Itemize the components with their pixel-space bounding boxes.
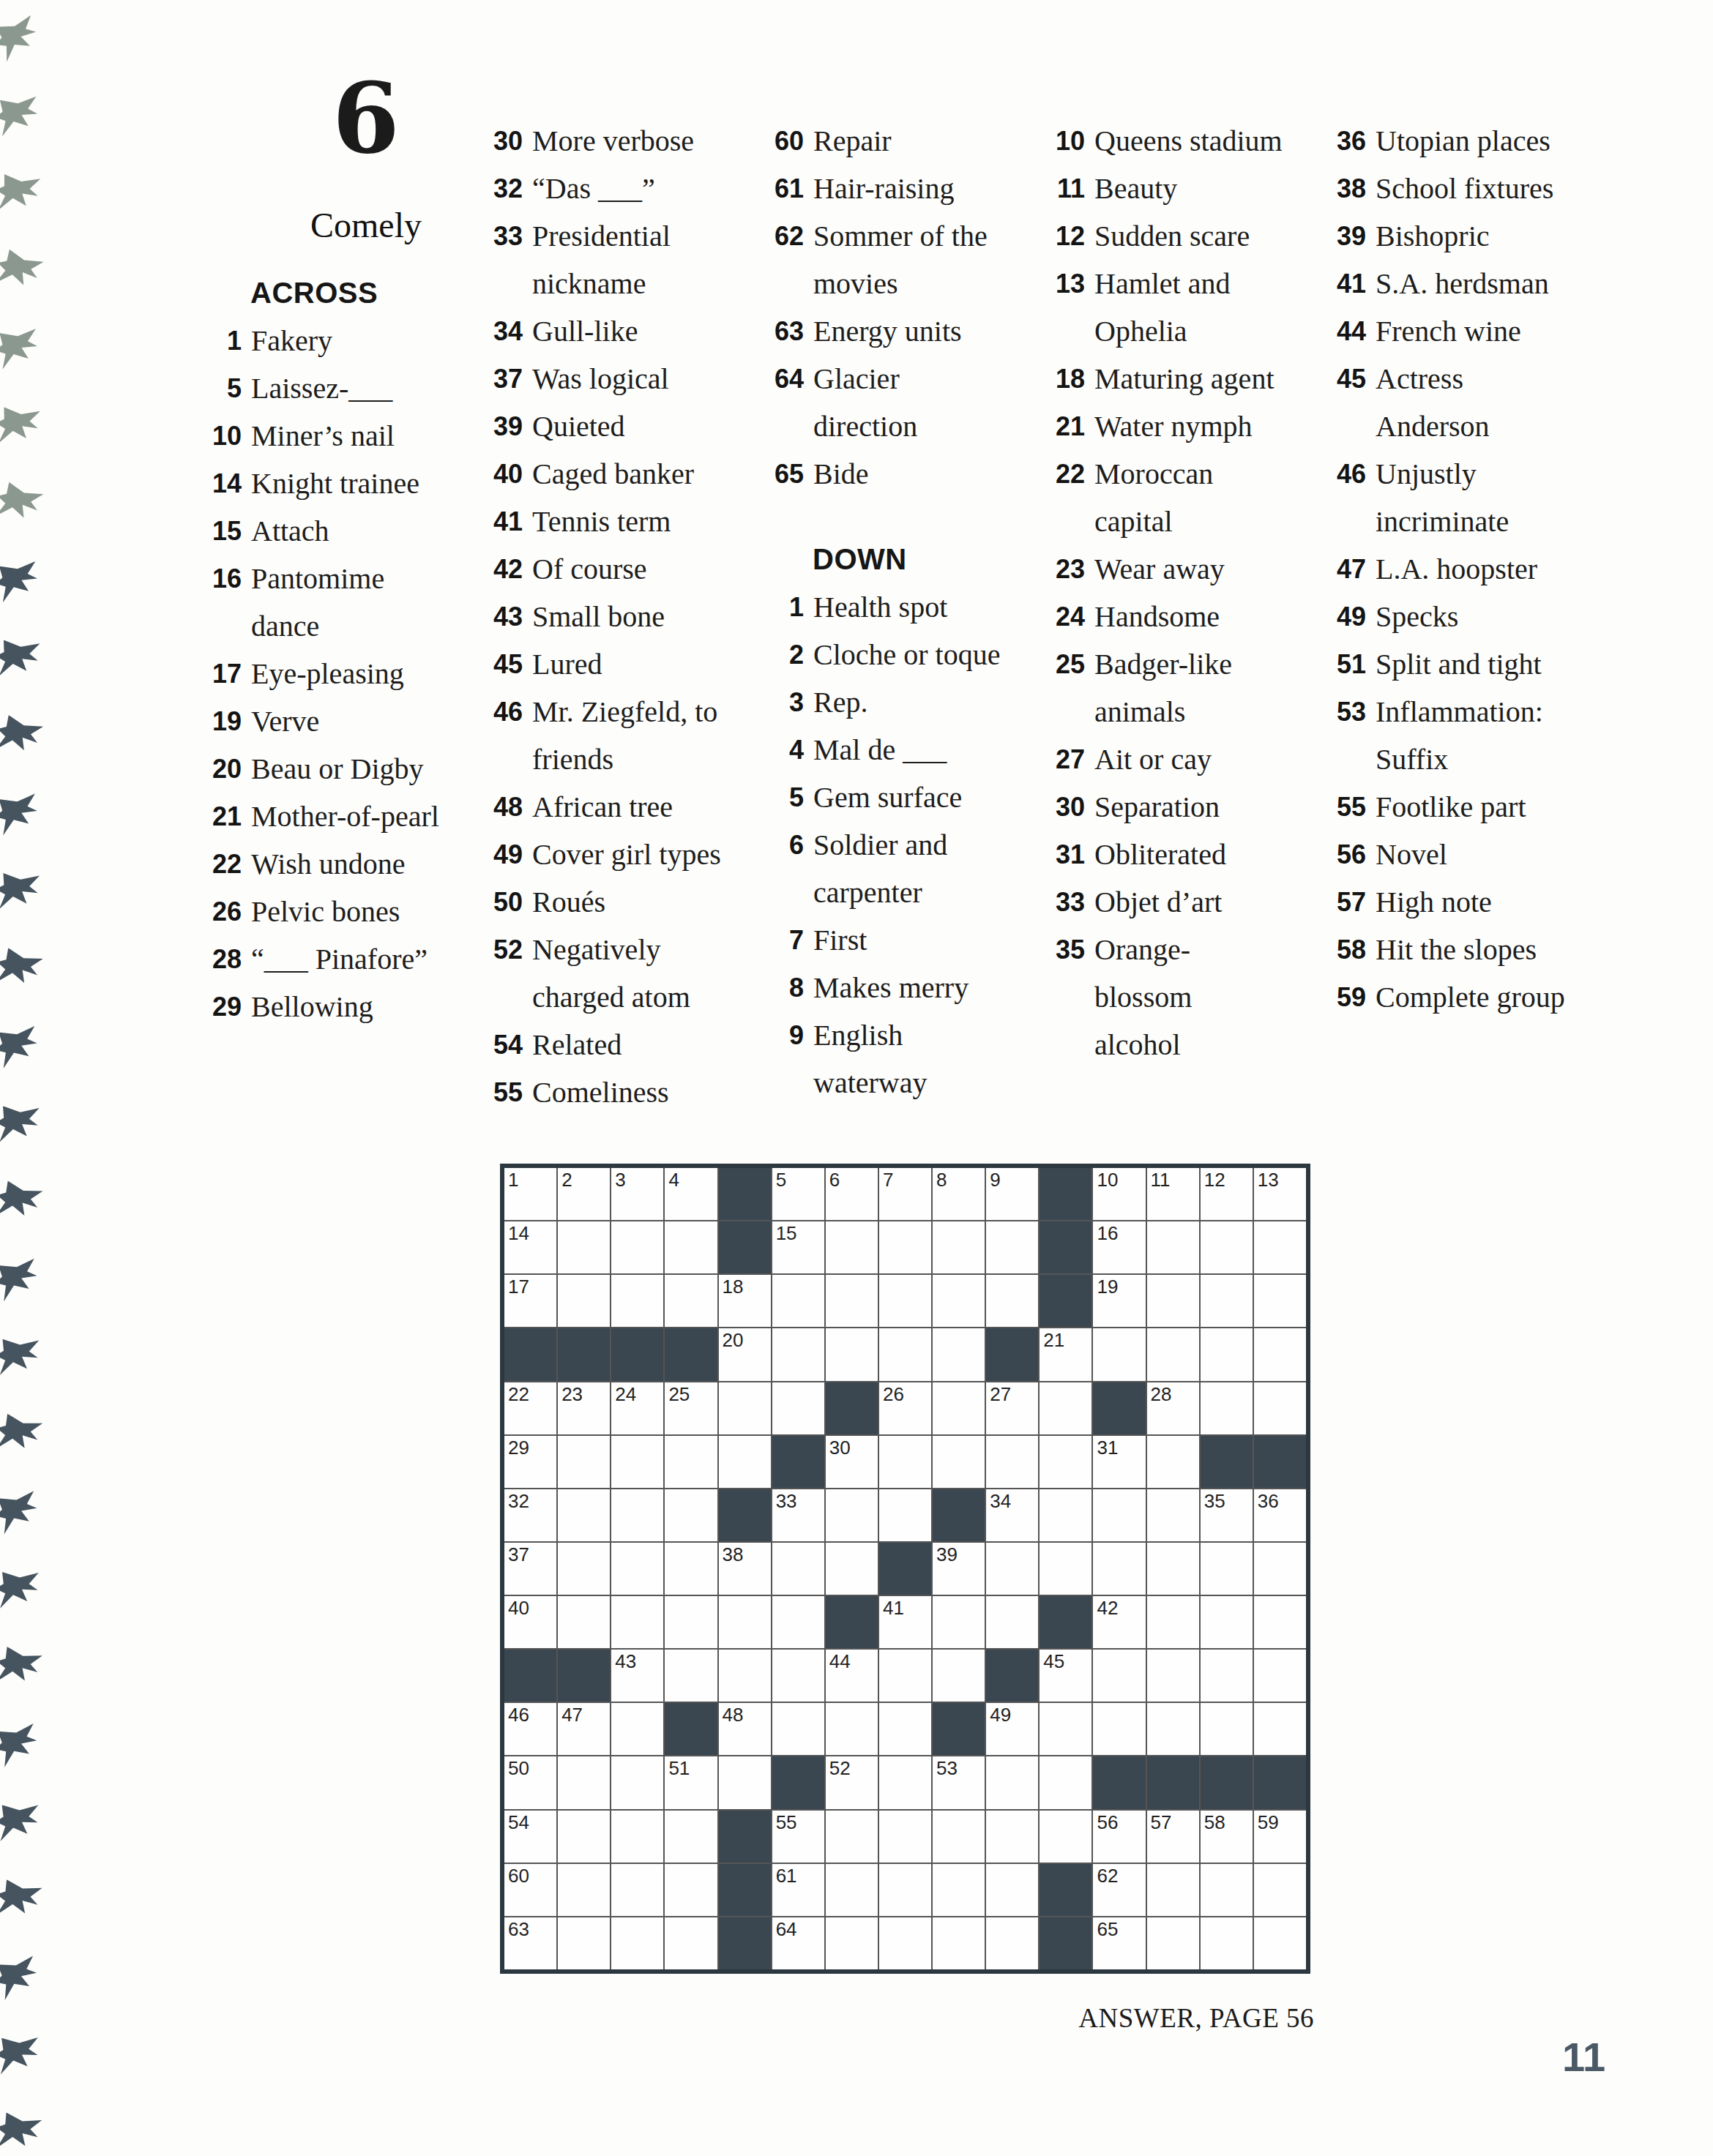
grid-cell[interactable] bbox=[611, 1221, 663, 1273]
cell-number: 26 bbox=[883, 1383, 904, 1405]
across-clue-17: 17Eye-pleasing bbox=[204, 650, 442, 697]
grid-cell[interactable] bbox=[772, 1703, 824, 1755]
across-clue-61: 61Hair-raising bbox=[766, 165, 1004, 212]
cell-number: 19 bbox=[1097, 1276, 1118, 1298]
down-clue-13: 13Hamlet and Ophelia bbox=[1047, 260, 1285, 355]
grid-cell[interactable]: 46 bbox=[504, 1703, 556, 1755]
grid-cell[interactable] bbox=[719, 1382, 771, 1434]
grid-cell[interactable]: 58 bbox=[1201, 1811, 1253, 1863]
clue-number: 4 bbox=[766, 726, 804, 774]
grid-cell[interactable]: 49 bbox=[986, 1703, 1038, 1755]
black-cell bbox=[1093, 1756, 1145, 1808]
clue-number: 9 bbox=[766, 1011, 804, 1059]
cell-number: 56 bbox=[1097, 1811, 1118, 1833]
grid-cell[interactable]: 5 bbox=[772, 1168, 824, 1220]
grid-cell[interactable] bbox=[1201, 1221, 1253, 1273]
clue-text: Mal de ___ bbox=[804, 726, 1004, 774]
down-clue-2: 2Cloche or toque bbox=[766, 631, 1004, 678]
clue-number: 19 bbox=[204, 697, 242, 745]
cell-number: 34 bbox=[990, 1490, 1011, 1512]
cell-number: 18 bbox=[723, 1276, 744, 1298]
clue-text: Moroccan capital bbox=[1085, 450, 1285, 545]
clue-number: 1 bbox=[204, 317, 242, 364]
grid-cell[interactable]: 17 bbox=[504, 1275, 556, 1327]
grid-cell[interactable] bbox=[558, 1756, 610, 1808]
grid-cell[interactable]: 23 bbox=[558, 1382, 610, 1434]
grid-cell[interactable] bbox=[1147, 1436, 1199, 1488]
grid-cell[interactable] bbox=[611, 1811, 663, 1863]
cell-number: 8 bbox=[936, 1169, 947, 1191]
grid-cell[interactable] bbox=[826, 1703, 878, 1755]
clue-text: Of course bbox=[523, 545, 723, 593]
grid-cell[interactable] bbox=[1254, 1328, 1306, 1380]
grid-cell[interactable] bbox=[986, 1864, 1038, 1916]
black-cell bbox=[772, 1756, 824, 1808]
cell-number: 47 bbox=[561, 1704, 583, 1726]
grid-cell[interactable] bbox=[665, 1596, 717, 1648]
black-cell bbox=[1254, 1756, 1306, 1808]
grid-cell[interactable] bbox=[611, 1596, 663, 1648]
across-clue-40: 40Caged banker bbox=[485, 450, 723, 498]
across-clue-49: 49Cover girl types bbox=[485, 831, 723, 878]
grid-cell[interactable] bbox=[933, 1221, 985, 1273]
clue-number: 49 bbox=[1328, 593, 1366, 640]
grid-cell[interactable] bbox=[986, 1436, 1038, 1488]
grid-cell[interactable] bbox=[1254, 1382, 1306, 1434]
clue-number: 60 bbox=[766, 117, 804, 165]
grid-cell[interactable] bbox=[879, 1328, 931, 1380]
grid-cell[interactable]: 37 bbox=[504, 1543, 556, 1595]
grid-cell[interactable] bbox=[879, 1756, 931, 1808]
clue-number: 16 bbox=[204, 555, 242, 602]
down-clue-38: 38School fixtures bbox=[1328, 165, 1567, 212]
grid-cell[interactable]: 54 bbox=[504, 1811, 556, 1863]
grid-cell[interactable] bbox=[611, 1436, 663, 1488]
grid-cell[interactable] bbox=[933, 1864, 985, 1916]
grid-cell[interactable] bbox=[1254, 1221, 1306, 1273]
grid-cell[interactable] bbox=[558, 1275, 610, 1327]
grid-cell[interactable]: 31 bbox=[1093, 1436, 1145, 1488]
grid-cell[interactable] bbox=[879, 1864, 931, 1916]
grid-cell[interactable] bbox=[826, 1489, 878, 1541]
clue-text: More verbose bbox=[523, 117, 723, 165]
cell-number: 30 bbox=[829, 1437, 851, 1459]
grid-cell[interactable] bbox=[772, 1275, 824, 1327]
grid-cell[interactable] bbox=[986, 1756, 1038, 1808]
grid-cell[interactable]: 1 bbox=[504, 1168, 556, 1220]
grid-cell[interactable] bbox=[772, 1382, 824, 1434]
grid-cell[interactable]: 40 bbox=[504, 1596, 556, 1648]
grid-cell[interactable]: 43 bbox=[611, 1650, 663, 1702]
grid-cell[interactable]: 53 bbox=[933, 1756, 985, 1808]
across-clue-16: 16Pantomime dance bbox=[204, 555, 442, 650]
grid-cell[interactable] bbox=[1040, 1436, 1091, 1488]
grid-cell[interactable] bbox=[986, 1543, 1038, 1595]
grid-cell[interactable] bbox=[1201, 1650, 1253, 1702]
cell-number: 3 bbox=[615, 1169, 625, 1191]
grid-cell[interactable] bbox=[719, 1596, 771, 1648]
grid-cell[interactable] bbox=[665, 1489, 717, 1541]
grid-cell[interactable] bbox=[933, 1917, 985, 1969]
clue-number: 5 bbox=[766, 774, 804, 821]
grid-cell[interactable] bbox=[933, 1382, 985, 1434]
grid-cell[interactable] bbox=[611, 1756, 663, 1808]
grid-cell[interactable] bbox=[879, 1917, 931, 1969]
grid-cell[interactable] bbox=[772, 1596, 824, 1648]
grid-cell[interactable]: 29 bbox=[504, 1436, 556, 1488]
grid-cell[interactable] bbox=[826, 1328, 878, 1380]
grid-cell[interactable] bbox=[772, 1543, 824, 1595]
grid-cell[interactable]: 52 bbox=[826, 1756, 878, 1808]
cell-number: 53 bbox=[936, 1757, 958, 1779]
grid-cell[interactable] bbox=[665, 1543, 717, 1595]
grid-cell[interactable] bbox=[1093, 1703, 1145, 1755]
across-clue-48: 48African tree bbox=[485, 783, 723, 831]
grid-cell[interactable] bbox=[1254, 1864, 1306, 1916]
grid-cell[interactable] bbox=[826, 1864, 878, 1916]
across-clue-39: 39Quieted bbox=[485, 403, 723, 450]
grid-cell[interactable] bbox=[1093, 1328, 1145, 1380]
down-clue-51: 51Split and tight bbox=[1328, 640, 1567, 688]
grid-cell[interactable] bbox=[879, 1650, 931, 1702]
clue-text: Complete group bbox=[1366, 973, 1567, 1021]
grid-cell[interactable]: 14 bbox=[504, 1221, 556, 1273]
clue-number: 17 bbox=[204, 650, 242, 697]
grid-cell[interactable] bbox=[879, 1221, 931, 1273]
grid-cell[interactable]: 24 bbox=[611, 1382, 663, 1434]
grid-cell[interactable] bbox=[558, 1811, 610, 1863]
grid-cell[interactable] bbox=[879, 1703, 931, 1755]
grid-cell[interactable] bbox=[1201, 1328, 1253, 1380]
clue-text: Objet d’art bbox=[1085, 878, 1285, 926]
grid-cell[interactable] bbox=[611, 1917, 663, 1969]
grid-cell[interactable]: 19 bbox=[1093, 1275, 1145, 1327]
grid-cell[interactable] bbox=[558, 1917, 610, 1969]
across-clue-21: 21Mother-of-pearl bbox=[204, 793, 442, 840]
grid-cell[interactable]: 32 bbox=[504, 1489, 556, 1541]
cell-number: 20 bbox=[723, 1329, 744, 1351]
grid-cell[interactable] bbox=[986, 1917, 1038, 1969]
cell-number: 16 bbox=[1097, 1222, 1118, 1244]
clue-number: 40 bbox=[485, 450, 523, 498]
down-clue-33: 33Objet d’art bbox=[1047, 878, 1285, 926]
grid-cell[interactable]: 13 bbox=[1254, 1168, 1306, 1220]
grid-cell[interactable]: 20 bbox=[719, 1328, 771, 1380]
clue-text: Beau or Digby bbox=[242, 745, 442, 793]
grid-cell[interactable] bbox=[1201, 1864, 1253, 1916]
grid-cell[interactable]: 18 bbox=[719, 1275, 771, 1327]
black-cell bbox=[933, 1703, 985, 1755]
grid-cell[interactable] bbox=[665, 1917, 717, 1969]
black-cell bbox=[504, 1328, 556, 1380]
clue-text: Handsome bbox=[1085, 593, 1285, 640]
clue-text: Separation bbox=[1085, 783, 1285, 831]
grid-cell[interactable] bbox=[826, 1275, 878, 1327]
grid-cell[interactable]: 36 bbox=[1254, 1489, 1306, 1541]
grid-cell[interactable] bbox=[665, 1864, 717, 1916]
grid-cell[interactable] bbox=[1254, 1650, 1306, 1702]
clue-text: English waterway bbox=[804, 1011, 1004, 1107]
grid-cell[interactable] bbox=[1040, 1543, 1091, 1595]
clue-number: 13 bbox=[1047, 260, 1085, 307]
grid-cell[interactable] bbox=[558, 1489, 610, 1541]
grid-cell[interactable] bbox=[611, 1275, 663, 1327]
grid-cell[interactable] bbox=[1147, 1703, 1199, 1755]
clue-text: Specks bbox=[1366, 593, 1567, 640]
grid-cell[interactable] bbox=[611, 1703, 663, 1755]
clue-text: Lured bbox=[523, 640, 723, 688]
grid-cell[interactable] bbox=[826, 1811, 878, 1863]
clue-number: 21 bbox=[1047, 403, 1085, 450]
across-clue-55: 55Comeliness bbox=[485, 1068, 723, 1116]
grid-cell[interactable]: 8 bbox=[933, 1168, 985, 1220]
grid-cell[interactable]: 6 bbox=[826, 1168, 878, 1220]
grid-cell[interactable] bbox=[611, 1543, 663, 1595]
black-cell bbox=[1040, 1864, 1091, 1916]
clue-text: Mother-of-pearl bbox=[242, 793, 442, 840]
spiral-binding-mark bbox=[0, 1257, 43, 1305]
grid-cell[interactable] bbox=[1254, 1596, 1306, 1648]
clue-text: Caged banker bbox=[523, 450, 723, 498]
grid-cell[interactable]: 35 bbox=[1201, 1489, 1253, 1541]
down-clue-11: 11Beauty bbox=[1047, 165, 1285, 212]
clue-text: Pantomime dance bbox=[242, 555, 442, 650]
grid-cell[interactable] bbox=[665, 1436, 717, 1488]
grid-cell[interactable]: 7 bbox=[879, 1168, 931, 1220]
grid-cell[interactable]: 56 bbox=[1093, 1811, 1145, 1863]
grid-cell[interactable] bbox=[933, 1596, 985, 1648]
grid-cell[interactable] bbox=[1147, 1650, 1199, 1702]
grid-cell[interactable] bbox=[1147, 1543, 1199, 1595]
grid-cell[interactable] bbox=[986, 1275, 1038, 1327]
grid-cell[interactable] bbox=[719, 1756, 771, 1808]
grid-cell[interactable] bbox=[665, 1275, 717, 1327]
down-clue-46: 46Unjustly incriminate bbox=[1328, 450, 1567, 545]
grid-cell[interactable] bbox=[933, 1811, 985, 1863]
grid-cell[interactable]: 12 bbox=[1201, 1168, 1253, 1220]
grid-cell[interactable]: 30 bbox=[826, 1436, 878, 1488]
grid-cell[interactable] bbox=[1254, 1543, 1306, 1595]
grid-cell[interactable] bbox=[986, 1221, 1038, 1273]
grid-cell[interactable] bbox=[826, 1221, 878, 1273]
grid-cell[interactable] bbox=[826, 1543, 878, 1595]
grid-cell[interactable]: 38 bbox=[719, 1543, 771, 1595]
grid-cell[interactable] bbox=[1201, 1917, 1253, 1969]
cell-number: 22 bbox=[508, 1383, 529, 1405]
grid-cell[interactable]: 51 bbox=[665, 1756, 717, 1808]
grid-cell[interactable] bbox=[986, 1596, 1038, 1648]
cell-number: 1 bbox=[508, 1169, 518, 1191]
grid-cell[interactable] bbox=[719, 1436, 771, 1488]
clue-number: 45 bbox=[1328, 355, 1366, 403]
grid-cell[interactable] bbox=[879, 1275, 931, 1327]
grid-cell[interactable] bbox=[1147, 1489, 1199, 1541]
across-clue-1: 1Fakery bbox=[204, 317, 442, 364]
clue-text: Small bone bbox=[523, 593, 723, 640]
grid-cell[interactable] bbox=[1040, 1756, 1091, 1808]
grid-cell[interactable] bbox=[933, 1328, 985, 1380]
grid-cell[interactable] bbox=[986, 1811, 1038, 1863]
grid-cell[interactable]: 41 bbox=[879, 1596, 931, 1648]
clue-number: 64 bbox=[766, 355, 804, 403]
grid-cell[interactable]: 64 bbox=[772, 1917, 824, 1969]
grid-cell[interactable] bbox=[1201, 1703, 1253, 1755]
clue-number: 41 bbox=[485, 498, 523, 545]
clue-number: 15 bbox=[204, 507, 242, 555]
grid-cell[interactable]: 15 bbox=[772, 1221, 824, 1273]
grid-cell[interactable] bbox=[1040, 1811, 1091, 1863]
grid-cell[interactable] bbox=[933, 1275, 985, 1327]
grid-cell[interactable]: 45 bbox=[1040, 1650, 1091, 1702]
spiral-binding-mark bbox=[0, 793, 42, 839]
grid-cell[interactable] bbox=[558, 1543, 610, 1595]
down-clue-36: 36Utopian places bbox=[1328, 117, 1567, 165]
clue-text: Laissez-___ bbox=[242, 364, 442, 412]
grid-cell[interactable] bbox=[1254, 1917, 1306, 1969]
black-cell bbox=[665, 1328, 717, 1380]
grid-cell[interactable] bbox=[1201, 1275, 1253, 1327]
grid-cell[interactable] bbox=[933, 1436, 985, 1488]
grid-cell[interactable] bbox=[933, 1650, 985, 1702]
grid-cell[interactable]: 59 bbox=[1254, 1811, 1306, 1863]
grid-cell[interactable] bbox=[879, 1489, 931, 1541]
clue-number: 22 bbox=[1047, 450, 1085, 498]
clue-text: Fakery bbox=[242, 317, 442, 364]
down-clue-30: 30Separation bbox=[1047, 783, 1285, 831]
cell-number: 43 bbox=[615, 1650, 636, 1672]
black-cell bbox=[826, 1596, 878, 1648]
grid-cell[interactable]: 55 bbox=[772, 1811, 824, 1863]
grid-cell[interactable]: 16 bbox=[1093, 1221, 1145, 1273]
grid-cell[interactable] bbox=[1147, 1328, 1199, 1380]
grid-cell[interactable] bbox=[1040, 1489, 1091, 1541]
grid-cell[interactable] bbox=[1254, 1275, 1306, 1327]
grid-cell[interactable] bbox=[558, 1864, 610, 1916]
black-cell bbox=[558, 1650, 610, 1702]
grid-cell[interactable]: 60 bbox=[504, 1864, 556, 1916]
grid-cell[interactable] bbox=[1147, 1864, 1199, 1916]
grid-cell[interactable]: 63 bbox=[504, 1917, 556, 1969]
grid-cell[interactable] bbox=[558, 1221, 610, 1273]
clue-text: Cover girl types bbox=[523, 831, 723, 878]
clue-number: 37 bbox=[485, 355, 523, 403]
grid-cell[interactable] bbox=[558, 1436, 610, 1488]
clue-number: 34 bbox=[485, 307, 523, 355]
grid-cell[interactable] bbox=[665, 1221, 717, 1273]
grid-cell[interactable]: 61 bbox=[772, 1864, 824, 1916]
grid-cell[interactable]: 65 bbox=[1093, 1917, 1145, 1969]
cell-number: 48 bbox=[723, 1704, 744, 1726]
clue-text: African tree bbox=[523, 783, 723, 831]
grid-cell[interactable]: 2 bbox=[558, 1168, 610, 1220]
grid-cell[interactable]: 47 bbox=[558, 1703, 610, 1755]
clue-number: 11 bbox=[1047, 165, 1085, 212]
grid-cell[interactable] bbox=[1201, 1382, 1253, 1434]
grid-cell[interactable] bbox=[719, 1650, 771, 1702]
clue-text: Bide bbox=[804, 450, 1004, 498]
grid-cell[interactable]: 44 bbox=[826, 1650, 878, 1702]
grid-cell[interactable] bbox=[1254, 1703, 1306, 1755]
clue-text: Was logical bbox=[523, 355, 723, 403]
grid-cell[interactable] bbox=[1147, 1596, 1199, 1648]
grid-cell[interactable]: 50 bbox=[504, 1756, 556, 1808]
cell-number: 31 bbox=[1097, 1437, 1118, 1459]
grid-cell[interactable] bbox=[611, 1864, 663, 1916]
grid-cell[interactable] bbox=[665, 1811, 717, 1863]
clue-number: 27 bbox=[1047, 735, 1085, 783]
grid-cell[interactable] bbox=[1147, 1275, 1199, 1327]
grid-cell[interactable]: 22 bbox=[504, 1382, 556, 1434]
grid-cell[interactable]: 11 bbox=[1147, 1168, 1199, 1220]
clue-text: Roués bbox=[523, 878, 723, 926]
grid-cell[interactable]: 21 bbox=[1040, 1328, 1091, 1380]
cell-number: 29 bbox=[508, 1437, 529, 1459]
grid-cell[interactable]: 27 bbox=[986, 1382, 1038, 1434]
grid-cell[interactable]: 4 bbox=[665, 1168, 717, 1220]
clue-number: 63 bbox=[766, 307, 804, 355]
clue-number: 46 bbox=[485, 688, 523, 735]
grid-cell[interactable] bbox=[1040, 1382, 1091, 1434]
grid-cell[interactable]: 33 bbox=[772, 1489, 824, 1541]
grid-cell[interactable] bbox=[1201, 1543, 1253, 1595]
grid-cell[interactable] bbox=[665, 1650, 717, 1702]
grid-cell[interactable] bbox=[826, 1917, 878, 1969]
grid-cell[interactable] bbox=[879, 1436, 931, 1488]
grid-cell[interactable] bbox=[611, 1489, 663, 1541]
grid-cell[interactable] bbox=[558, 1596, 610, 1648]
grid-cell[interactable]: 48 bbox=[719, 1703, 771, 1755]
clue-number: 39 bbox=[485, 403, 523, 450]
across-clue-19: 19Verve bbox=[204, 697, 442, 745]
spiral-binding-mark bbox=[0, 1179, 44, 1229]
grid-cell[interactable] bbox=[1147, 1917, 1199, 1969]
grid-cell[interactable]: 3 bbox=[611, 1168, 663, 1220]
across-clue-52: 52Negatively charged atom bbox=[485, 926, 723, 1021]
cell-number: 62 bbox=[1097, 1865, 1118, 1887]
grid-cell[interactable] bbox=[1093, 1650, 1145, 1702]
clue-text: Eye-pleasing bbox=[242, 650, 442, 697]
spiral-binding-mark bbox=[0, 1723, 44, 1772]
across-clue-14: 14Knight trainee bbox=[204, 460, 442, 507]
grid-cell[interactable] bbox=[1093, 1489, 1145, 1541]
grid-cell[interactable] bbox=[879, 1811, 931, 1863]
grid-cell[interactable]: 34 bbox=[986, 1489, 1038, 1541]
grid-cell[interactable] bbox=[1040, 1703, 1091, 1755]
black-cell bbox=[986, 1328, 1038, 1380]
grid-cell[interactable] bbox=[772, 1328, 824, 1380]
grid-cell[interactable] bbox=[1093, 1543, 1145, 1595]
black-cell bbox=[1040, 1275, 1091, 1327]
clue-text: Maturing agent bbox=[1085, 355, 1285, 403]
grid-cell[interactable]: 57 bbox=[1147, 1811, 1199, 1863]
grid-cell[interactable]: 26 bbox=[879, 1382, 931, 1434]
down-clue-49: 49Specks bbox=[1328, 593, 1567, 640]
grid-cell[interactable]: 28 bbox=[1147, 1382, 1199, 1434]
grid-cell[interactable]: 10 bbox=[1093, 1168, 1145, 1220]
grid-cell[interactable] bbox=[1147, 1221, 1199, 1273]
grid-cell[interactable]: 42 bbox=[1093, 1596, 1145, 1648]
grid-cell[interactable] bbox=[1201, 1596, 1253, 1648]
spiral-binding-mark bbox=[0, 946, 44, 996]
grid-cell[interactable] bbox=[772, 1650, 824, 1702]
down-clue-10: 10Queens stadium bbox=[1047, 117, 1285, 165]
clue-number: 31 bbox=[1047, 831, 1085, 878]
black-cell bbox=[1040, 1168, 1091, 1220]
grid-cell[interactable]: 39 bbox=[933, 1543, 985, 1595]
grid-cell[interactable]: 25 bbox=[665, 1382, 717, 1434]
grid-cell[interactable]: 9 bbox=[986, 1168, 1038, 1220]
grid-cell[interactable]: 62 bbox=[1093, 1864, 1145, 1916]
